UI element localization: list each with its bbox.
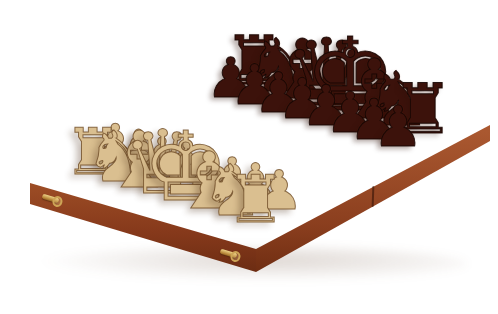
piece-white-rook[interactable]: ♜ xyxy=(226,166,285,232)
pieces-layer: ♜♞♝♛♚♝♞♜♟♟♟♟♟♟♟♟♟♟♟♟♟♟♟♟♜♞♝♛♚♝♞♜ xyxy=(0,0,498,314)
chess-board-photo: AABBCCDDEEFFGGHH1122334455667788 ♜♞♝♛♚♝♞… xyxy=(0,0,498,314)
piece-black-pawn[interactable]: ♟ xyxy=(373,98,424,154)
